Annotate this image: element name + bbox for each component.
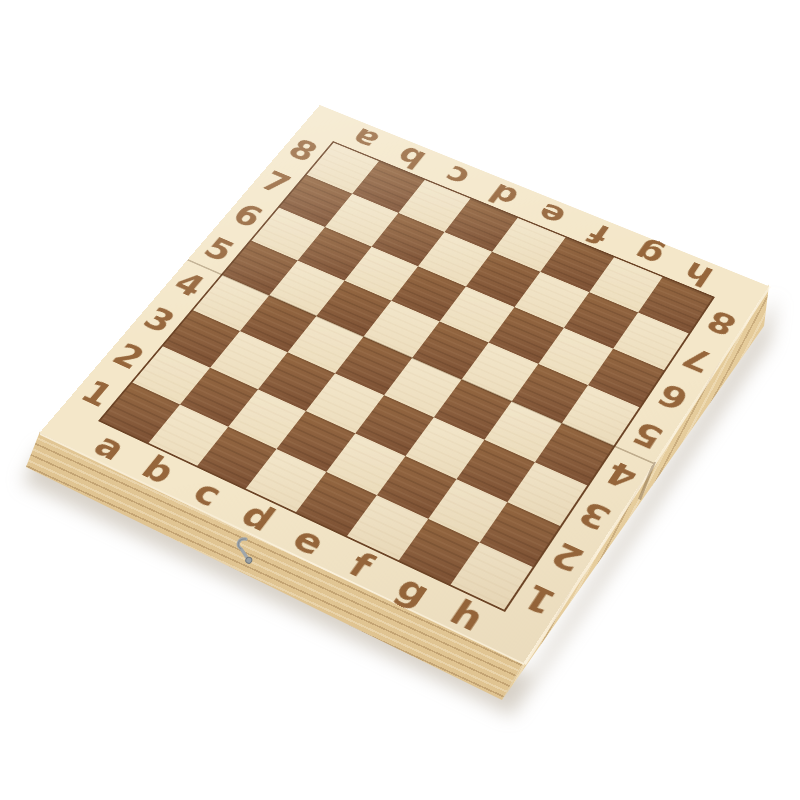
product-photo-scene: abcdefgh abcdefgh 87654321 87654321 — [0, 0, 800, 800]
